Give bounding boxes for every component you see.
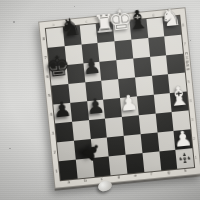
rank-label-right-7: 7: [183, 42, 186, 46]
rank-label-5: 5: [48, 93, 51, 97]
piece-white-pawn-e4: ♟: [120, 93, 139, 114]
piece-black-pawn-a4: ♟: [53, 99, 72, 120]
piece-white-knight-h8: ♞: [162, 7, 181, 28]
file-label-d: d: [117, 175, 120, 179]
rank-label-right-3: 3: [191, 117, 194, 121]
piece-black-pawn-c4: ♟: [86, 96, 105, 117]
piece-white-bishop-h4: ♝: [170, 88, 189, 109]
dust-speck: [13, 21, 15, 23]
chessboard: ♜♚♞♞♝♚♟♟♟♟♝♟♟♟♞♚♞♟ CHESS aabbccddeeffggh…: [38, 7, 200, 189]
piece-black-pawn-c6: ♟: [82, 56, 101, 77]
file-label-f: f: [151, 172, 153, 176]
rank-label-1: 1: [55, 169, 58, 173]
rank-label-8: 8: [42, 37, 45, 41]
piece-white-pawn-h2: ♟: [174, 128, 193, 149]
corner-emblem-row: ♟: [183, 160, 187, 164]
file-label-a: a: [67, 180, 70, 184]
file-label-e: e: [134, 174, 137, 178]
rank-label-right-6: 6: [185, 61, 188, 65]
dust-speck: [74, 6, 75, 7]
rank-label-2: 2: [53, 150, 56, 154]
rank-label-right-1: 1: [194, 155, 197, 159]
file-label-h: h: [184, 169, 187, 173]
dust-speck: [9, 148, 11, 149]
dust-speck: [190, 40, 191, 41]
file-label-b: b: [84, 179, 87, 183]
piece-black-knight-b8: ♞: [62, 17, 81, 38]
piece-black-king-a6: ♚: [49, 59, 68, 80]
piece-black-bishop-f8: ♝: [128, 11, 147, 32]
corner-emblem: ♟♞♚♞♟: [176, 148, 195, 169]
rank-label-3: 3: [51, 131, 54, 135]
piece-black-pawn-b2: ♟: [74, 138, 93, 159]
chessboard-photo: ♜♚♞♞♝♚♟♟♟♟♝♟♟♟♞♚♞♟ CHESS aabbccddeeffggh…: [0, 0, 200, 200]
piece-layer: ♜♚♞♞♝♚♟♟♟♟♝♟♟♟♞♚♞♟: [46, 16, 194, 180]
file-label-g: g: [167, 170, 170, 174]
